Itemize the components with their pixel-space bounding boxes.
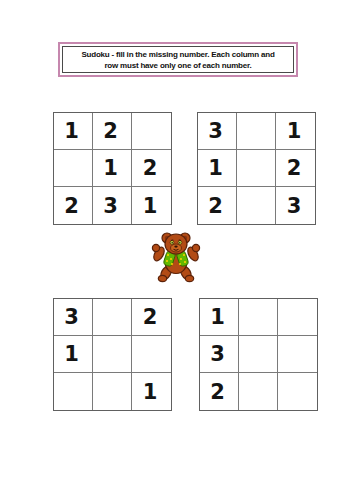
cell-r2c3: 2 — [132, 150, 171, 187]
title-text: Sudoku - fill in the missing number. Eac… — [62, 46, 294, 73]
cell-r3c1: 2 — [200, 373, 239, 410]
cell-r1c2: 2 — [93, 113, 132, 150]
title-box: Sudoku - fill in the missing number. Eac… — [58, 42, 298, 77]
cell-r2c3: 2 — [276, 150, 315, 187]
title-line1: Sudoku - fill in the missing number. Eac… — [63, 49, 293, 60]
cell-r2c2: 1 — [93, 150, 132, 187]
cell-r3c2[interactable] — [237, 187, 276, 224]
cell-r2c1: 3 — [200, 336, 239, 373]
cell-r1c1: 3 — [198, 113, 237, 150]
worksheet-page: Sudoku - fill in the missing number. Eac… — [0, 0, 354, 500]
cell-r3c2[interactable] — [93, 373, 132, 410]
sudoku-grid-bottom-right: 1 3 2 — [199, 298, 318, 411]
sudoku-grid-bottom-left: 3 2 1 1 — [53, 298, 172, 411]
sudoku-grid-top-right: 3 1 1 2 2 3 — [197, 112, 316, 225]
cell-r1c3[interactable] — [132, 113, 171, 150]
cell-r3c3: 1 — [132, 373, 171, 410]
cell-r3c3[interactable] — [278, 373, 317, 410]
cell-r2c2[interactable] — [237, 150, 276, 187]
cell-r2c1: 1 — [54, 336, 93, 373]
cell-r1c1: 1 — [200, 299, 239, 336]
cell-r2c3[interactable] — [278, 336, 317, 373]
cell-r2c1: 1 — [198, 150, 237, 187]
cell-r1c1: 1 — [54, 113, 93, 150]
cell-r2c2[interactable] — [239, 336, 278, 373]
cell-r3c1: 2 — [54, 187, 93, 224]
cell-r2c2[interactable] — [93, 336, 132, 373]
teddy-bear-illustration — [151, 231, 201, 283]
cell-r3c2: 3 — [93, 187, 132, 224]
cell-r1c3[interactable] — [278, 299, 317, 336]
cell-r1c2[interactable] — [93, 299, 132, 336]
title-line2: row must have only one of each number. — [63, 60, 293, 71]
cell-r3c2[interactable] — [239, 373, 278, 410]
cell-r1c2[interactable] — [237, 113, 276, 150]
cell-r2c3[interactable] — [132, 336, 171, 373]
cell-r2c1[interactable] — [54, 150, 93, 187]
sudoku-grid-top-left: 1 2 1 2 2 3 1 — [53, 112, 172, 225]
cell-r3c1: 2 — [198, 187, 237, 224]
cell-r3c3: 1 — [132, 187, 171, 224]
cell-r1c3: 1 — [276, 113, 315, 150]
cell-r1c1: 3 — [54, 299, 93, 336]
cell-r1c3: 2 — [132, 299, 171, 336]
cell-r3c3: 3 — [276, 187, 315, 224]
cell-r3c1[interactable] — [54, 373, 93, 410]
cell-r1c2[interactable] — [239, 299, 278, 336]
